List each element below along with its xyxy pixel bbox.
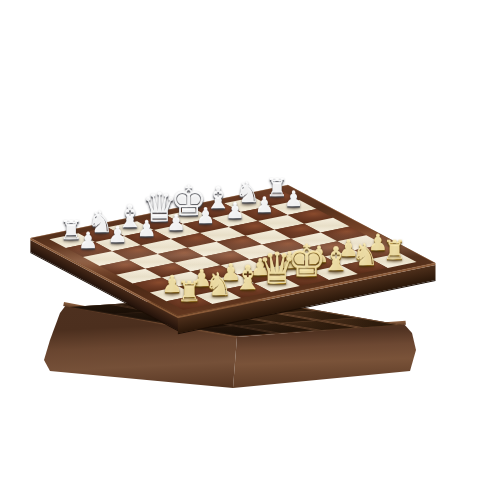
chess-set-product-photo: ♜♞♝♚♛♝♞♜♟♟♟♟♟♟♟♟♟♟♟♟♟♟♟♟♜♞♝♚♛♝♞♜ [0, 0, 480, 480]
chess-board [30, 185, 435, 316]
